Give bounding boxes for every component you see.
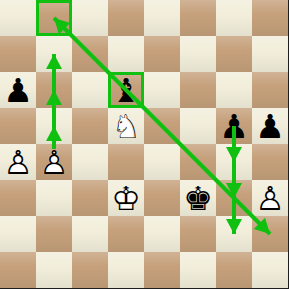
square-b7[interactable]: [36, 36, 72, 72]
square-c6[interactable]: [72, 72, 108, 108]
black-pawn-a6[interactable]: ♟: [0, 72, 36, 108]
square-b1[interactable]: [36, 252, 72, 288]
square-g8[interactable]: [216, 0, 252, 36]
black-bishop-d6[interactable]: ♝: [108, 72, 144, 108]
white-piece-outline: ♔: [108, 180, 144, 216]
white-piece-outline: ♙: [252, 180, 288, 216]
square-c2[interactable]: [72, 216, 108, 252]
black-piece-glyph: ♟: [216, 108, 252, 144]
square-e2[interactable]: [144, 216, 180, 252]
square-c7[interactable]: [72, 36, 108, 72]
square-e3[interactable]: [144, 180, 180, 216]
square-a5[interactable]: [0, 108, 36, 144]
square-h7[interactable]: [252, 36, 288, 72]
white-pawn-h3[interactable]: ♟♙: [252, 180, 288, 216]
square-g4[interactable]: [216, 144, 252, 180]
square-f4[interactable]: [180, 144, 216, 180]
square-g2[interactable]: [216, 216, 252, 252]
square-b5[interactable]: [36, 108, 72, 144]
white-knight-d5[interactable]: ♞♘: [108, 108, 144, 144]
square-b3[interactable]: [36, 180, 72, 216]
square-h8[interactable]: [252, 0, 288, 36]
black-piece-glyph: ♟: [252, 108, 288, 144]
square-c3[interactable]: [72, 180, 108, 216]
square-a7[interactable]: [0, 36, 36, 72]
square-g1[interactable]: [216, 252, 252, 288]
square-f2[interactable]: [180, 216, 216, 252]
chess-board: ♟♝♟♟♚♞♘♟♙♟♙♚♔♟♙: [0, 0, 289, 289]
square-f1[interactable]: [180, 252, 216, 288]
square-a8[interactable]: [0, 0, 36, 36]
square-e8[interactable]: [144, 0, 180, 36]
square-g6[interactable]: [216, 72, 252, 108]
square-c5[interactable]: [72, 108, 108, 144]
square-d7[interactable]: [108, 36, 144, 72]
black-king-f3[interactable]: ♚: [180, 180, 216, 216]
black-pawn-h5[interactable]: ♟: [252, 108, 288, 144]
square-g3[interactable]: [216, 180, 252, 216]
white-pawn-b4[interactable]: ♟♙: [36, 144, 72, 180]
black-piece-glyph: ♝: [108, 72, 144, 108]
white-piece-outline: ♙: [0, 144, 36, 180]
square-a3[interactable]: [0, 180, 36, 216]
square-d1[interactable]: [108, 252, 144, 288]
square-a1[interactable]: [0, 252, 36, 288]
square-f5[interactable]: [180, 108, 216, 144]
white-piece-outline: ♘: [108, 108, 144, 144]
black-piece-glyph: ♚: [180, 180, 216, 216]
square-c4[interactable]: [72, 144, 108, 180]
square-h1[interactable]: [252, 252, 288, 288]
square-f6[interactable]: [180, 72, 216, 108]
square-h4[interactable]: [252, 144, 288, 180]
square-c8[interactable]: [72, 0, 108, 36]
square-h2[interactable]: [252, 216, 288, 252]
white-pawn-a4[interactable]: ♟♙: [0, 144, 36, 180]
square-b8[interactable]: [36, 0, 72, 36]
square-e7[interactable]: [144, 36, 180, 72]
black-pawn-g5[interactable]: ♟: [216, 108, 252, 144]
square-e4[interactable]: [144, 144, 180, 180]
square-e6[interactable]: [144, 72, 180, 108]
square-b6[interactable]: [36, 72, 72, 108]
square-h6[interactable]: [252, 72, 288, 108]
square-d4[interactable]: [108, 144, 144, 180]
square-d2[interactable]: [108, 216, 144, 252]
square-b2[interactable]: [36, 216, 72, 252]
square-e1[interactable]: [144, 252, 180, 288]
square-f8[interactable]: [180, 0, 216, 36]
white-piece-outline: ♙: [36, 144, 72, 180]
square-e5[interactable]: [144, 108, 180, 144]
square-a2[interactable]: [0, 216, 36, 252]
square-d8[interactable]: [108, 0, 144, 36]
square-c1[interactable]: [72, 252, 108, 288]
black-piece-glyph: ♟: [0, 72, 36, 108]
white-king-d3[interactable]: ♚♔: [108, 180, 144, 216]
square-f7[interactable]: [180, 36, 216, 72]
square-g7[interactable]: [216, 36, 252, 72]
